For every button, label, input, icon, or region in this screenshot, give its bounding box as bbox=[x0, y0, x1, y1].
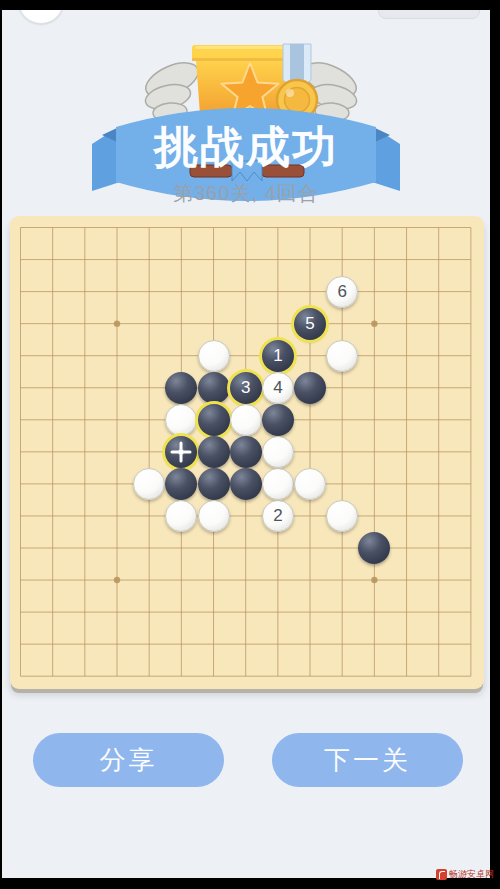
top-right-capsule[interactable] bbox=[378, 10, 480, 19]
move-number: 1 bbox=[262, 340, 294, 372]
stone-white-c10-r4 bbox=[326, 340, 358, 372]
stone-white-c8-r7 bbox=[262, 436, 294, 468]
stone-white-c9-r8 bbox=[294, 468, 326, 500]
share-button[interactable]: 分享 bbox=[33, 733, 224, 787]
banner-title: 挑战成功 bbox=[152, 122, 338, 171]
app-screen: 挑战成功 第360关, 4回合 651342 分享 下一关 bbox=[2, 10, 490, 878]
move-number: 4 bbox=[263, 373, 293, 403]
top-left-circle-button[interactable] bbox=[18, 10, 64, 24]
stone-white-c8-r9: 2 bbox=[262, 500, 294, 532]
stone-white-c10-r9 bbox=[326, 500, 358, 532]
stone-white-c7-r6 bbox=[230, 404, 262, 436]
stone-black-c7-r7 bbox=[230, 436, 262, 468]
stone-white-c4-r8 bbox=[133, 468, 165, 500]
move-number: 6 bbox=[327, 277, 357, 307]
stone-black-c6-r5 bbox=[198, 372, 230, 404]
stone-white-c10-r2: 6 bbox=[326, 276, 358, 308]
stone-black-c6-r7 bbox=[198, 436, 230, 468]
next-level-button[interactable]: 下一关 bbox=[272, 733, 463, 787]
stone-black-c8-r6 bbox=[262, 404, 294, 436]
stone-white-c8-r5: 4 bbox=[262, 372, 294, 404]
stone-white-c5-r6 bbox=[165, 404, 197, 436]
move-number: 2 bbox=[263, 501, 293, 531]
move-number: 3 bbox=[230, 372, 262, 404]
stone-black-c7-r5: 3 bbox=[230, 372, 262, 404]
watermark: 畅游安卓网 bbox=[436, 869, 494, 880]
stone-black-c6-r8 bbox=[198, 468, 230, 500]
gomoku-board: 651342 bbox=[10, 216, 484, 689]
stone-black-c5-r8 bbox=[165, 468, 197, 500]
screenshot-root: { "game": "gomoku", "header": { "banner_… bbox=[0, 0, 500, 889]
stone-black-c6-r6 bbox=[198, 404, 230, 436]
stone-black-c5-r5 bbox=[165, 372, 197, 404]
stone-black-c5-r7 bbox=[165, 436, 197, 468]
level-subtitle: 第360关, 4回合 bbox=[2, 180, 490, 207]
watermark-text: 畅游安卓网 bbox=[449, 869, 494, 880]
star-icon bbox=[222, 63, 279, 117]
trophy-cup-icon bbox=[192, 45, 310, 125]
stone-black-c8-r4: 1 bbox=[262, 340, 294, 372]
medal-icon bbox=[277, 44, 317, 120]
stone-white-c8-r8 bbox=[262, 468, 294, 500]
right-wing-icon bbox=[299, 56, 362, 123]
stone-black-c9-r5 bbox=[294, 372, 326, 404]
stone-black-c7-r8 bbox=[230, 468, 262, 500]
stone-black-c9-r3: 5 bbox=[294, 308, 326, 340]
left-wing-icon bbox=[141, 56, 204, 123]
watermark-logo-icon bbox=[436, 869, 447, 880]
last-move-crosshair-icon bbox=[165, 436, 197, 468]
stone-white-c6-r4 bbox=[198, 340, 230, 372]
move-number: 5 bbox=[294, 308, 326, 340]
stone-white-c6-r9 bbox=[198, 500, 230, 532]
